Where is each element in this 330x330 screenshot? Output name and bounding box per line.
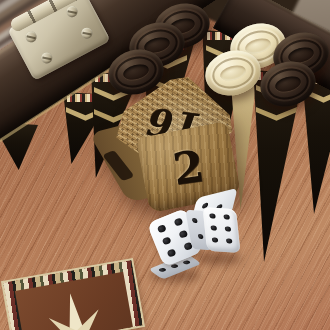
- doubling-cube[interactable]: 16 2: [108, 74, 238, 208]
- medallion-core: [15, 272, 135, 330]
- corner-star-medallion: [3, 260, 142, 330]
- die-right-six-face: [202, 207, 240, 253]
- compass-star: [25, 285, 132, 330]
- die-right[interactable]: [186, 194, 242, 260]
- doubling-cube-partial-engraving: [102, 150, 134, 181]
- backgammon-board-photo: 16 2: [0, 0, 330, 330]
- point-chevron: [256, 107, 297, 125]
